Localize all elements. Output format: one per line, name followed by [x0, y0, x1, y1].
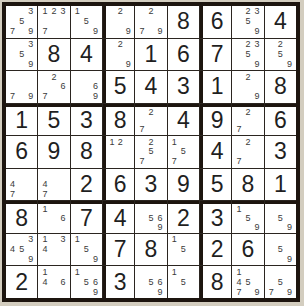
candidate-empty	[285, 49, 294, 59]
candidate-digit: 5	[179, 245, 188, 255]
candidate-empty	[156, 147, 165, 157]
candidate-digit: 7	[137, 27, 146, 37]
candidate-grid: 259	[265, 39, 296, 71]
cell-r5c6[interactable]: 157	[168, 136, 199, 168]
cell-r4c6[interactable]: 4	[168, 104, 199, 136]
cell-r1c7[interactable]: 6	[200, 6, 231, 38]
cell-r4c4[interactable]: 8	[103, 104, 134, 136]
cell-r9c2[interactable]: 146	[38, 266, 69, 298]
candidate-empty	[156, 157, 165, 167]
candidate-empty	[108, 147, 116, 157]
candidate-empty	[108, 7, 116, 17]
cell-r6c2[interactable]: 47	[38, 169, 69, 201]
cell-r9c8[interactable]: 14579	[232, 266, 263, 298]
cell-r8c8[interactable]: 6	[232, 234, 263, 266]
candidate-empty	[179, 255, 188, 265]
candidate-empty	[253, 117, 262, 126]
candidate-empty	[234, 214, 243, 223]
candidate-digit: 5	[146, 214, 155, 223]
candidate-digit: 3	[26, 235, 35, 245]
big-digit: 3	[211, 207, 224, 230]
big-digit: 1	[274, 173, 287, 196]
cell-r3c4[interactable]: 5	[103, 71, 134, 103]
candidate-empty	[49, 17, 58, 27]
cell-r3c3[interactable]: 69	[71, 71, 102, 103]
big-digit: 4	[80, 43, 93, 66]
cell-r4c3[interactable]: 3	[71, 104, 102, 136]
candidate-empty	[137, 108, 146, 117]
candidate-digit: 5	[276, 214, 285, 223]
cell-r2c4[interactable]: 29	[103, 39, 134, 71]
candidate-empty	[267, 277, 276, 287]
candidate-digit: 5	[17, 245, 26, 255]
cell-r4c7[interactable]: 9	[200, 104, 231, 136]
candidate-grid: 16	[38, 204, 69, 233]
candidate-grid: 579	[265, 266, 296, 298]
big-digit: 8	[177, 10, 190, 33]
candidate-digit: 1	[170, 235, 179, 245]
candidate-empty	[267, 59, 276, 69]
candidate-empty	[267, 49, 276, 59]
candidate-empty	[116, 147, 124, 157]
candidate-digit: 7	[137, 125, 146, 134]
candidate-empty	[146, 287, 155, 297]
cell-r5c8[interactable]: 27	[232, 136, 263, 168]
candidate-empty	[253, 137, 262, 147]
candidate-empty	[234, 137, 243, 147]
candidate-empty	[234, 49, 243, 59]
candidate-digit: 9	[26, 27, 35, 37]
candidate-empty	[17, 255, 26, 265]
candidate-empty	[8, 72, 17, 82]
cell-r3c6[interactable]: 3	[168, 71, 199, 103]
sudoku-grid: 3579123715929279862359435984291672359259…	[6, 6, 296, 298]
candidate-digit: 2	[49, 72, 58, 82]
candidate-empty	[91, 235, 100, 245]
big-digit: 8	[15, 207, 28, 230]
candidate-empty	[49, 223, 58, 232]
candidate-empty	[146, 157, 155, 167]
cell-r2c6[interactable]: 6	[168, 39, 199, 71]
candidate-empty	[188, 287, 197, 297]
candidate-empty	[137, 7, 146, 17]
candidate-empty	[8, 255, 17, 265]
candidate-empty	[108, 49, 116, 59]
cell-r3c9[interactable]: 8	[265, 71, 296, 103]
cell-r1c2[interactable]: 1237	[38, 6, 69, 38]
candidate-empty	[146, 117, 155, 126]
cell-r1c4[interactable]: 29	[103, 6, 134, 38]
big-digit: 5	[211, 173, 224, 196]
candidate-empty	[59, 245, 68, 255]
cell-r6c8[interactable]: 8	[232, 169, 263, 201]
cell-r2c8[interactable]: 2359	[232, 39, 263, 71]
candidate-digit: 4	[40, 277, 49, 287]
candidate-grid: 279	[135, 6, 166, 38]
cell-r3c1[interactable]: 79	[6, 71, 37, 103]
cell-r7c4[interactable]: 4	[103, 201, 134, 233]
candidate-empty	[234, 108, 243, 117]
candidate-digit: 9	[156, 287, 165, 297]
candidate-digit: 6	[91, 277, 100, 287]
candidate-empty	[40, 214, 49, 223]
candidate-empty	[156, 108, 165, 117]
candidate-grid: 59	[265, 234, 296, 266]
candidate-digit: 9	[156, 27, 165, 37]
cell-r9c7[interactable]: 8	[200, 266, 231, 298]
candidate-grid: 27	[135, 107, 166, 136]
candidate-empty	[267, 223, 276, 232]
candidate-empty	[234, 223, 243, 232]
candidate-empty	[267, 245, 276, 255]
cell-r9c1[interactable]: 2	[6, 266, 37, 298]
candidate-digit: 1	[40, 267, 49, 277]
cell-r7c8[interactable]: 159	[232, 201, 263, 233]
cell-r3c2[interactable]: 267	[38, 71, 69, 103]
cell-r6c7[interactable]: 5	[200, 169, 231, 201]
candidate-empty	[170, 245, 179, 255]
candidate-digit: 2	[146, 108, 155, 117]
candidate-grid: 134	[38, 234, 69, 266]
candidate-digit: 2	[243, 40, 252, 50]
candidate-digit: 5	[17, 49, 26, 59]
candidate-empty	[49, 255, 58, 265]
candidate-empty	[26, 170, 35, 180]
candidate-digit: 5	[276, 49, 285, 59]
big-digit: 4	[211, 140, 224, 163]
cell-r8c9[interactable]: 59	[265, 234, 296, 266]
candidate-digit: 7	[234, 287, 243, 297]
candidate-empty	[146, 17, 155, 27]
cell-r9c5[interactable]: 569	[135, 266, 166, 298]
candidate-empty	[234, 92, 243, 102]
candidate-digit: 7	[8, 27, 17, 37]
cell-r8c4[interactable]: 7	[103, 234, 134, 266]
candidate-empty	[170, 287, 179, 297]
candidate-empty	[59, 27, 68, 37]
candidate-digit: 5	[179, 147, 188, 157]
candidate-grid: 14579	[232, 266, 263, 298]
candidate-digit: 4	[8, 180, 17, 190]
candidate-empty	[8, 49, 17, 59]
candidate-empty	[82, 72, 91, 82]
candidate-empty	[59, 287, 68, 297]
candidate-digit: 4	[40, 245, 49, 255]
candidate-grid: 15	[168, 234, 199, 266]
candidate-digit: 9	[285, 287, 294, 297]
candidate-empty	[234, 40, 243, 50]
candidate-digit: 6	[59, 277, 68, 287]
candidate-empty	[49, 267, 58, 277]
candidate-empty	[137, 214, 146, 223]
candidate-empty	[116, 49, 124, 59]
candidate-digit: 2	[146, 7, 155, 17]
candidate-digit: 2	[243, 137, 252, 147]
cell-r3c5[interactable]: 4	[135, 71, 166, 103]
candidate-empty	[17, 189, 26, 199]
candidate-digit: 7	[40, 189, 49, 199]
candidate-digit: 3	[26, 40, 35, 50]
candidate-empty	[188, 277, 197, 287]
candidate-digit: 9	[91, 255, 100, 265]
cell-r5c9[interactable]: 3	[265, 136, 296, 168]
candidate-empty	[276, 255, 285, 265]
cell-r8c5[interactable]: 8	[135, 234, 166, 266]
cell-r2c7[interactable]: 7	[200, 39, 231, 71]
candidate-grid: 146	[38, 266, 69, 298]
cell-r9c9[interactable]: 579	[265, 266, 296, 298]
big-digit: 4	[177, 109, 190, 132]
candidate-empty	[8, 7, 17, 17]
cell-r2c9[interactable]: 259	[265, 39, 296, 71]
candidate-empty	[108, 40, 116, 50]
candidate-digit: 5	[82, 17, 91, 27]
candidate-empty	[17, 72, 26, 82]
candidate-digit: 7	[234, 157, 243, 167]
cell-r8c6[interactable]: 15	[168, 234, 199, 266]
candidate-empty	[124, 147, 132, 157]
cell-r4c2[interactable]: 5	[38, 104, 69, 136]
candidate-empty	[188, 235, 197, 245]
candidate-digit: 2	[116, 7, 124, 17]
big-digit: 8	[114, 109, 127, 132]
candidate-empty	[146, 267, 155, 277]
candidate-empty	[49, 245, 58, 255]
candidate-empty	[8, 59, 17, 69]
candidate-digit: 9	[26, 59, 35, 69]
candidate-digit: 2	[276, 40, 285, 50]
candidate-empty	[243, 27, 252, 37]
candidate-empty	[146, 223, 155, 232]
cell-r2c2[interactable]: 8	[38, 39, 69, 71]
candidate-grid: 159	[71, 234, 102, 266]
candidate-empty	[17, 180, 26, 190]
candidate-grid: 29	[106, 6, 134, 38]
candidate-empty	[8, 40, 17, 50]
cell-r2c1[interactable]: 359	[6, 39, 37, 71]
cell-r6c6[interactable]: 9	[168, 169, 199, 201]
candidate-empty	[73, 245, 82, 255]
candidate-grid: 2359	[232, 39, 263, 71]
candidate-empty	[59, 180, 68, 190]
candidate-empty	[26, 189, 35, 199]
candidate-digit: 3	[59, 235, 68, 245]
candidate-digit: 9	[91, 27, 100, 37]
candidate-empty	[234, 27, 243, 37]
candidate-empty	[253, 147, 262, 157]
big-digit: 6	[211, 10, 224, 33]
big-digit: 7	[114, 238, 127, 261]
cell-r7c5[interactable]: 569	[135, 201, 166, 233]
cell-r8c1[interactable]: 3459	[6, 234, 37, 266]
cell-r5c3[interactable]: 8	[71, 136, 102, 168]
candidate-digit: 3	[253, 40, 262, 50]
cell-r7c3[interactable]: 7	[71, 201, 102, 233]
candidate-empty	[82, 82, 91, 92]
candidate-empty	[124, 40, 132, 50]
cell-r3c8[interactable]: 29	[232, 71, 263, 103]
cell-r6c3[interactable]: 2	[71, 169, 102, 201]
candidate-empty	[59, 189, 68, 199]
candidate-digit: 9	[156, 223, 165, 232]
candidate-grid: 12	[106, 136, 134, 168]
candidate-digit: 2	[49, 7, 58, 17]
candidate-empty	[17, 82, 26, 92]
cell-r2c3[interactable]: 4	[71, 39, 102, 71]
candidate-empty	[234, 72, 243, 82]
candidate-empty	[137, 205, 146, 214]
cell-r8c7[interactable]: 2	[200, 234, 231, 266]
candidate-empty	[285, 205, 294, 214]
candidate-empty	[26, 72, 35, 82]
cell-r1c9[interactable]: 4	[265, 6, 296, 38]
candidate-digit: 7	[8, 92, 17, 102]
candidate-grid: 359	[6, 39, 37, 71]
candidate-empty	[40, 223, 49, 232]
big-digit: 1	[211, 75, 224, 98]
candidate-digit: 6	[59, 82, 68, 92]
candidate-digit: 9	[285, 59, 294, 69]
candidate-digit: 5	[82, 277, 91, 287]
cell-r1c1[interactable]: 3579	[6, 6, 37, 38]
candidate-empty	[267, 255, 276, 265]
candidate-empty	[253, 205, 262, 214]
cell-r7c9[interactable]: 59	[265, 201, 296, 233]
cell-r1c6[interactable]: 8	[168, 6, 199, 38]
candidate-grid: 59	[265, 204, 296, 233]
candidate-empty	[234, 7, 243, 17]
candidate-empty	[49, 189, 58, 199]
cell-r7c1[interactable]: 8	[6, 201, 37, 233]
candidate-digit: 7	[40, 92, 49, 102]
cell-r1c8[interactable]: 2359	[232, 6, 263, 38]
candidate-digit: 4	[234, 277, 243, 287]
candidate-empty	[49, 92, 58, 102]
candidate-digit: 9	[285, 255, 294, 265]
candidate-empty	[124, 137, 132, 147]
candidate-empty	[59, 92, 68, 102]
candidate-empty	[49, 235, 58, 245]
candidate-digit: 1	[40, 7, 49, 17]
candidate-digit: 1	[234, 267, 243, 277]
candidate-digit: 9	[253, 92, 262, 102]
candidate-empty	[179, 157, 188, 167]
candidate-digit: 1	[170, 267, 179, 277]
cell-r5c1[interactable]: 6	[6, 136, 37, 168]
candidate-empty	[116, 59, 124, 69]
big-digit: 9	[211, 109, 224, 132]
big-digit: 3	[145, 173, 158, 196]
candidate-empty	[17, 92, 26, 102]
candidate-empty	[253, 277, 262, 287]
cell-r2c5[interactable]: 1	[135, 39, 166, 71]
candidate-empty	[73, 287, 82, 297]
candidate-empty	[91, 267, 100, 277]
candidate-empty	[73, 17, 82, 27]
candidate-empty	[40, 255, 49, 265]
cell-r1c5[interactable]: 279	[135, 6, 166, 38]
candidate-grid: 159	[232, 204, 263, 233]
candidate-digit: 5	[276, 277, 285, 287]
candidate-grid: 257	[135, 136, 166, 168]
candidate-empty	[243, 92, 252, 102]
candidate-empty	[73, 92, 82, 102]
cell-r6c1[interactable]: 47	[6, 169, 37, 201]
big-digit: 8	[242, 173, 255, 196]
candidate-digit: 5	[146, 147, 155, 157]
candidate-empty	[59, 255, 68, 265]
cell-r6c5[interactable]: 3	[135, 169, 166, 201]
cell-r5c7[interactable]: 4	[200, 136, 231, 168]
cell-r4c5[interactable]: 27	[135, 104, 166, 136]
cell-r4c1[interactable]: 1	[6, 104, 37, 136]
candidate-digit: 9	[124, 59, 132, 69]
big-digit: 2	[15, 271, 28, 294]
cell-r9c3[interactable]: 1569	[71, 266, 102, 298]
candidate-empty	[243, 117, 252, 126]
cell-r3c7[interactable]: 1	[200, 71, 231, 103]
cell-r6c4[interactable]: 6	[103, 169, 134, 201]
candidate-empty	[82, 92, 91, 102]
cell-r4c9[interactable]: 6	[265, 104, 296, 136]
candidate-empty	[285, 267, 294, 277]
big-digit: 9	[177, 173, 190, 196]
cell-r8c2[interactable]: 134	[38, 234, 69, 266]
candidate-digit: 5	[17, 17, 26, 27]
candidate-empty	[59, 17, 68, 27]
candidate-digit: 5	[243, 277, 252, 287]
candidate-empty	[40, 287, 49, 297]
candidate-empty	[156, 7, 165, 17]
cell-r6c9[interactable]: 1	[265, 169, 296, 201]
candidate-empty	[137, 287, 146, 297]
cell-r5c5[interactable]: 257	[135, 136, 166, 168]
candidate-empty	[116, 17, 124, 27]
candidate-digit: 1	[73, 235, 82, 245]
candidate-grid: 1569	[71, 266, 102, 298]
candidate-digit: 1	[73, 267, 82, 277]
candidate-digit: 2	[116, 40, 124, 50]
cell-r7c7[interactable]: 3	[200, 201, 231, 233]
candidate-empty	[73, 72, 82, 82]
candidate-empty	[59, 223, 68, 232]
candidate-empty	[108, 59, 116, 69]
cell-r4c8[interactable]: 27	[232, 104, 263, 136]
cell-r7c2[interactable]: 16	[38, 201, 69, 233]
candidate-empty	[243, 223, 252, 232]
candidate-empty	[253, 125, 262, 134]
cell-r1c3[interactable]: 159	[71, 6, 102, 38]
cell-r5c2[interactable]: 9	[38, 136, 69, 168]
candidate-grid: 69	[71, 71, 102, 103]
candidate-grid: 2359	[232, 6, 263, 38]
cell-r5c4[interactable]: 12	[103, 136, 134, 168]
candidate-digit: 3	[59, 7, 68, 17]
candidate-empty	[49, 27, 58, 37]
cell-r7c6[interactable]: 2	[168, 201, 199, 233]
big-digit: 8	[145, 238, 158, 261]
candidate-empty	[49, 214, 58, 223]
cell-r8c3[interactable]: 159	[71, 234, 102, 266]
sudoku-app-window: { "game": "sudoku", "grid_size": "9x9", …	[0, 0, 304, 306]
cell-r9c4[interactable]: 3	[103, 266, 134, 298]
candidate-empty	[17, 59, 26, 69]
candidate-empty	[188, 137, 197, 147]
candidate-empty	[156, 117, 165, 126]
candidate-empty	[137, 137, 146, 147]
candidate-digit: 4	[40, 180, 49, 190]
cell-r9c6[interactable]: 15	[168, 266, 199, 298]
